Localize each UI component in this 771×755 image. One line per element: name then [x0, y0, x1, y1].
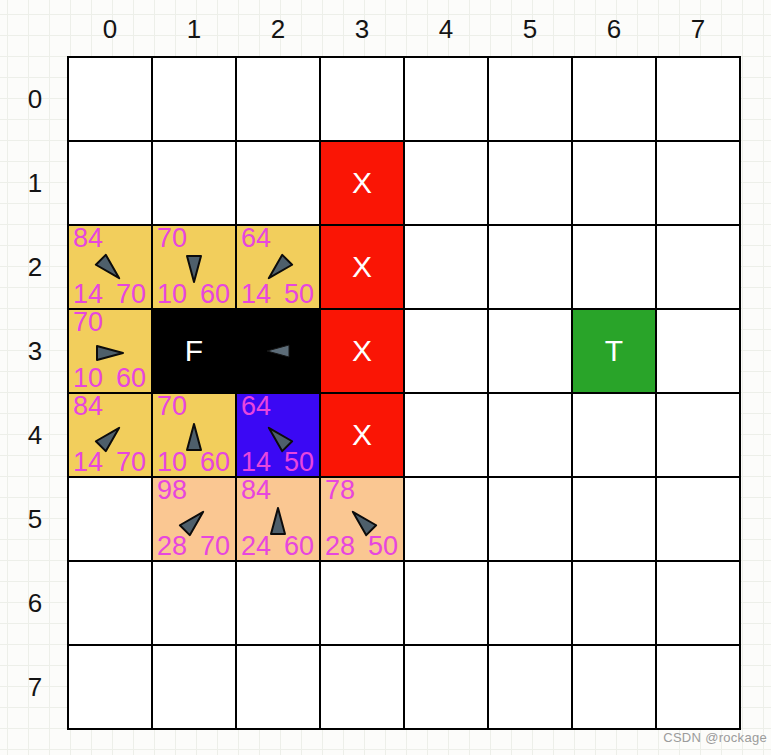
- board: X841470701060641450X701060FXT84147070106…: [67, 56, 741, 730]
- row-label-1: 1: [14, 141, 56, 225]
- col-label-5: 5: [488, 13, 572, 45]
- obstacle-label: X: [321, 226, 403, 308]
- cell-5-0: [489, 58, 571, 140]
- cell-0-2: 841470: [69, 226, 151, 308]
- cell-0-7: [69, 646, 151, 728]
- cell-3-1: X: [321, 142, 403, 224]
- obstacle-label: X: [321, 310, 403, 392]
- g-value: 24: [241, 532, 271, 560]
- cell-4-3: [405, 310, 487, 392]
- cell-5-4: [489, 394, 571, 476]
- cell-4-6: [405, 562, 487, 644]
- h-value: 70: [200, 532, 230, 560]
- h-value: 50: [368, 532, 398, 560]
- cell-5-5: [489, 478, 571, 560]
- cell-3-2: X: [321, 226, 403, 308]
- cell-1-1: [153, 142, 235, 224]
- cell-2-2: 641450: [237, 226, 319, 308]
- obstacle-label: X: [321, 394, 403, 476]
- cell-6-7: [573, 646, 655, 728]
- g-value: 28: [157, 532, 187, 560]
- g-value: 14: [241, 448, 271, 476]
- g-value: 14: [73, 448, 103, 476]
- f-value: 64: [241, 392, 271, 422]
- cell-0-3: 701060: [69, 310, 151, 392]
- cell-1-4: 701060: [153, 394, 235, 476]
- f-value: 70: [73, 308, 103, 338]
- cell-4-7: [405, 646, 487, 728]
- cell-6-4: [573, 394, 655, 476]
- g-value: 14: [241, 280, 271, 308]
- g-value: 10: [157, 448, 187, 476]
- cell-4-5: [405, 478, 487, 560]
- row-label-4: 4: [14, 393, 56, 477]
- col-label-6: 6: [572, 13, 656, 45]
- row-label-7: 7: [14, 645, 56, 729]
- cell-2-0: [237, 58, 319, 140]
- cell-2-3: [237, 310, 319, 392]
- cell-2-7: [237, 646, 319, 728]
- col-label-0: 0: [68, 13, 152, 45]
- cell-6-0: [573, 58, 655, 140]
- cell-5-3: [489, 310, 571, 392]
- cell-3-3: X: [321, 310, 403, 392]
- col-label-3: 3: [320, 13, 404, 45]
- cell-4-4: [405, 394, 487, 476]
- cell-2-5: 842460: [237, 478, 319, 560]
- h-value: 60: [200, 448, 230, 476]
- row-label-2: 2: [14, 225, 56, 309]
- cell-7-0: [657, 58, 739, 140]
- cell-6-1: [573, 142, 655, 224]
- cell-0-6: [69, 562, 151, 644]
- col-label-7: 7: [656, 13, 740, 45]
- cell-7-4: [657, 394, 739, 476]
- cell-1-5: 982870: [153, 478, 235, 560]
- cell-4-0: [405, 58, 487, 140]
- cell-6-6: [573, 562, 655, 644]
- row-label-3: 3: [14, 309, 56, 393]
- f-value: 84: [241, 476, 271, 506]
- row-label-0: 0: [14, 57, 56, 141]
- cell-0-0: [69, 58, 151, 140]
- cell-3-4: X: [321, 394, 403, 476]
- cell-1-3: F: [153, 310, 235, 392]
- cell-3-7: [321, 646, 403, 728]
- cell-2-6: [237, 562, 319, 644]
- col-label-2: 2: [236, 13, 320, 45]
- h-value: 50: [284, 448, 314, 476]
- f-value: 70: [157, 392, 187, 422]
- cell-3-0: [321, 58, 403, 140]
- cell-7-1: [657, 142, 739, 224]
- g-value: 28: [325, 532, 355, 560]
- cell-5-7: [489, 646, 571, 728]
- f-value: 78: [325, 476, 355, 506]
- cell-2-4: 641450: [237, 394, 319, 476]
- cell-1-6: [153, 562, 235, 644]
- cell-4-2: [405, 226, 487, 308]
- obstacle-label: X: [321, 142, 403, 224]
- col-label-4: 4: [404, 13, 488, 45]
- cell-0-1: [69, 142, 151, 224]
- cell-6-2: [573, 226, 655, 308]
- cell-7-7: [657, 646, 739, 728]
- f-value: 98: [157, 476, 187, 506]
- f-value: 64: [241, 224, 271, 254]
- col-label-1: 1: [152, 13, 236, 45]
- cell-0-4: 841470: [69, 394, 151, 476]
- cell-1-7: [153, 646, 235, 728]
- target-label: T: [573, 310, 655, 392]
- cell-7-2: [657, 226, 739, 308]
- gh-values: 2460: [241, 532, 314, 560]
- cell-7-5: [657, 478, 739, 560]
- cell-1-2: 701060: [153, 226, 235, 308]
- cell-0-5: [69, 478, 151, 560]
- h-value: 70: [116, 280, 146, 308]
- gh-values: 1060: [157, 448, 230, 476]
- h-value: 50: [284, 280, 314, 308]
- cell-6-5: [573, 478, 655, 560]
- f-value: 84: [73, 224, 103, 254]
- cell-5-2: [489, 226, 571, 308]
- row-label-6: 6: [14, 561, 56, 645]
- cell-4-1: [405, 142, 487, 224]
- cell-7-6: [657, 562, 739, 644]
- watermark: CSDN @rockage: [663, 730, 767, 745]
- g-value: 14: [73, 280, 103, 308]
- cell-1-0: [153, 58, 235, 140]
- cell-6-3: T: [573, 310, 655, 392]
- h-value: 60: [284, 532, 314, 560]
- f-value: 84: [73, 392, 103, 422]
- cell-7-3: [657, 310, 739, 392]
- f-value: 70: [157, 224, 187, 254]
- cell-3-6: [321, 562, 403, 644]
- h-value: 70: [116, 448, 146, 476]
- row-label-5: 5: [14, 477, 56, 561]
- cell-5-6: [489, 562, 571, 644]
- cell-3-5: 782850: [321, 478, 403, 560]
- cell-2-1: [237, 142, 319, 224]
- cell-5-1: [489, 142, 571, 224]
- start-label: F: [153, 310, 235, 392]
